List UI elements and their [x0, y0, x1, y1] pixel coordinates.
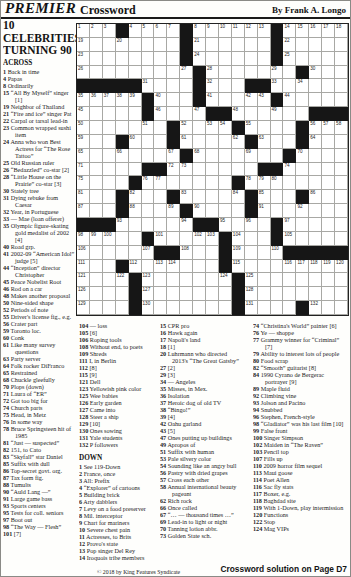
cell-r19c18[interactable]	[296, 273, 309, 287]
cell-r15c13[interactable]	[232, 218, 245, 232]
cell-r11c21[interactable]	[335, 163, 348, 177]
cell-r10c8[interactable]: 67	[167, 149, 180, 163]
cell-r13c19[interactable]: 86	[309, 190, 322, 204]
cell-r12c6[interactable]: 76	[142, 176, 155, 190]
cell-r10c7[interactable]	[154, 149, 167, 163]
cell-r20c21[interactable]	[335, 287, 348, 301]
cell-r3c17[interactable]: 25	[283, 52, 296, 66]
cell-r12c3[interactable]	[103, 176, 116, 190]
cell-r13c3[interactable]	[103, 190, 116, 204]
cell-r7c2[interactable]	[90, 107, 103, 121]
cell-r19c1[interactable]: 121	[77, 273, 90, 287]
cell-r6c4[interactable]: 38	[116, 93, 129, 107]
cell-r11c12[interactable]	[219, 163, 232, 177]
cell-r11c3[interactable]	[103, 163, 116, 177]
cell-r16c1[interactable]: 98	[77, 232, 90, 246]
cell-r20c20[interactable]	[322, 287, 335, 301]
cell-r9c1[interactable]: 59	[77, 135, 90, 149]
cell-r14c3[interactable]	[103, 204, 116, 218]
cell-r3c3[interactable]	[103, 52, 116, 66]
cell-r7c7[interactable]: 46	[154, 107, 167, 121]
cell-r3c1[interactable]: 23	[77, 52, 90, 66]
cell-r17c11[interactable]	[206, 246, 219, 260]
cell-r1c21[interactable]: 18	[335, 24, 348, 38]
cell-r2c15[interactable]	[258, 38, 271, 52]
cell-r6c1[interactable]: 35	[77, 93, 90, 107]
cell-r10c12[interactable]	[219, 149, 232, 163]
cell-r1c3[interactable]: 3	[103, 24, 116, 38]
cell-r1c10[interactable]: 8	[193, 24, 206, 38]
cell-r2c19[interactable]	[309, 38, 322, 52]
cell-r7c3[interactable]	[103, 107, 116, 121]
cell-r8c5[interactable]	[129, 121, 142, 135]
cell-r16c14[interactable]	[245, 232, 258, 246]
cell-r1c8[interactable]: 7	[167, 24, 180, 38]
cell-r5c19[interactable]	[309, 79, 322, 93]
cell-r2c7[interactable]	[154, 38, 167, 52]
cell-r5c7[interactable]	[154, 79, 167, 93]
cell-r7c17[interactable]	[283, 107, 296, 121]
cell-r10c11[interactable]	[206, 149, 219, 163]
cell-r4c2[interactable]	[90, 66, 103, 80]
cell-r6c18[interactable]	[296, 93, 309, 107]
cell-r12c21[interactable]	[335, 176, 348, 190]
cell-r18c11[interactable]	[206, 260, 219, 274]
cell-r5c20[interactable]	[322, 79, 335, 93]
cell-r4c1[interactable]: 26	[77, 66, 90, 80]
cell-r14c11[interactable]	[206, 204, 219, 218]
cell-r12c12[interactable]	[219, 176, 232, 190]
cell-r1c13[interactable]: 11	[232, 24, 245, 38]
cell-r9c2[interactable]	[90, 135, 103, 149]
cell-r19c12[interactable]: 124	[219, 273, 232, 287]
cell-r13c1[interactable]: 81	[77, 190, 90, 204]
cell-r7c10[interactable]: 47	[193, 107, 206, 121]
cell-r17c3[interactable]	[103, 246, 116, 260]
cell-r19c17[interactable]	[283, 273, 296, 287]
cell-r18c19[interactable]: 118	[309, 260, 322, 274]
cell-r13c15[interactable]: 85	[258, 190, 271, 204]
cell-r12c1[interactable]: 75	[77, 176, 90, 190]
cell-r18c2[interactable]	[90, 260, 103, 274]
cell-r20c6[interactable]: 127	[142, 287, 155, 301]
cell-r20c1[interactable]: 126	[77, 287, 90, 301]
cell-r8c3[interactable]	[103, 121, 116, 135]
cell-r8c16[interactable]	[271, 121, 284, 135]
cell-r14c5[interactable]: 88	[129, 204, 142, 218]
cell-r12c14[interactable]: 78	[245, 176, 258, 190]
cell-r16c17[interactable]: 105	[283, 232, 296, 246]
cell-r16c7[interactable]: 101	[154, 232, 167, 246]
cell-r14c6[interactable]	[142, 204, 155, 218]
cell-r16c18[interactable]	[296, 232, 309, 246]
cell-r1c20[interactable]: 17	[322, 24, 335, 38]
cell-r1c5[interactable]: 4	[129, 24, 142, 38]
cell-r17c13[interactable]: 109	[232, 246, 245, 260]
cell-r21c9[interactable]	[180, 301, 193, 315]
cell-r5c16[interactable]: 33	[271, 79, 284, 93]
cell-r15c8[interactable]	[167, 218, 180, 232]
cell-r16c2[interactable]: 99	[90, 232, 103, 246]
cell-r10c19[interactable]	[309, 149, 322, 163]
cell-r17c5[interactable]	[129, 246, 142, 260]
cell-r5c12[interactable]	[219, 79, 232, 93]
cell-r14c2[interactable]	[90, 204, 103, 218]
cell-r6c20[interactable]	[322, 93, 335, 107]
cell-r7c8[interactable]	[167, 107, 180, 121]
cell-r1c11[interactable]: 9	[206, 24, 219, 38]
cell-r11c14[interactable]	[245, 163, 258, 177]
cell-r2c17[interactable]: 22	[283, 38, 296, 52]
cell-r14c12[interactable]	[219, 204, 232, 218]
cell-r9c3[interactable]	[103, 135, 116, 149]
cell-r9c19[interactable]: 64	[309, 135, 322, 149]
cell-r12c7[interactable]: 77	[154, 176, 167, 190]
cell-r9c5[interactable]: 60	[129, 135, 142, 149]
cell-r21c4[interactable]	[116, 301, 129, 315]
cell-r14c7[interactable]	[154, 204, 167, 218]
cell-r1c1[interactable]: 1	[77, 24, 90, 38]
cell-r8c20[interactable]: 57	[322, 121, 335, 135]
cell-r4c7[interactable]	[154, 66, 167, 80]
cell-r4c19[interactable]: 30	[309, 66, 322, 80]
cell-r6c7[interactable]: 40	[154, 93, 167, 107]
cell-r5c17[interactable]	[283, 79, 296, 93]
cell-r17c16[interactable]: 110	[271, 246, 284, 260]
cell-r15c12[interactable]: 95	[219, 218, 232, 232]
cell-r15c19[interactable]	[309, 218, 322, 232]
cell-r16c13[interactable]: 104	[232, 232, 245, 246]
cell-r17c6[interactable]: 107	[142, 246, 155, 260]
cell-r13c10[interactable]	[193, 190, 206, 204]
cell-r4c20[interactable]	[322, 66, 335, 80]
cell-r3c15[interactable]	[258, 52, 271, 66]
cell-r14c15[interactable]: 91	[258, 204, 271, 218]
cell-r16c21[interactable]	[335, 232, 348, 246]
cell-r12c20[interactable]	[322, 176, 335, 190]
cell-r6c17[interactable]: 44	[283, 93, 296, 107]
cell-r21c6[interactable]: 130	[142, 301, 155, 315]
cell-r8c10[interactable]	[193, 121, 206, 135]
cell-r14c1[interactable]: 87	[77, 204, 90, 218]
cell-r12c4[interactable]	[116, 176, 129, 190]
cell-r10c14[interactable]: 69	[245, 149, 258, 163]
cell-r15c20[interactable]	[322, 218, 335, 232]
cell-r5c8[interactable]	[167, 79, 180, 93]
cell-r6c21[interactable]	[335, 93, 348, 107]
cell-r16c20[interactable]	[322, 232, 335, 246]
cell-r15c7[interactable]	[154, 218, 167, 232]
cell-r4c12[interactable]	[219, 66, 232, 80]
cell-r17c15[interactable]	[258, 246, 271, 260]
cell-r7c1[interactable]: 45	[77, 107, 90, 121]
cell-r1c7[interactable]: 6	[154, 24, 167, 38]
cell-r2c21[interactable]	[335, 38, 348, 52]
cell-r1c17[interactable]: 14	[283, 24, 296, 38]
cell-r19c6[interactable]: 123	[142, 273, 155, 287]
cell-r9c15[interactable]: 63	[258, 135, 271, 149]
cell-r10c6[interactable]	[142, 149, 155, 163]
cell-r18c7[interactable]: 113	[154, 260, 167, 274]
cell-r12c16[interactable]: 80	[271, 176, 284, 190]
cell-r8c1[interactable]: 50	[77, 121, 90, 135]
cell-r15c9[interactable]: 94	[180, 218, 193, 232]
cell-r19c19[interactable]	[309, 273, 322, 287]
cell-r9c7[interactable]	[154, 135, 167, 149]
cell-r9c12[interactable]	[219, 135, 232, 149]
cell-r4c9[interactable]: 27	[180, 66, 193, 80]
cell-r2c3[interactable]	[103, 38, 116, 52]
cell-r4c6[interactable]	[142, 66, 155, 80]
cell-r3c7[interactable]	[154, 52, 167, 66]
cell-r10c20[interactable]	[322, 149, 335, 163]
cell-r6c15[interactable]: 43	[258, 93, 271, 107]
cell-r3c20[interactable]	[322, 52, 335, 66]
cell-r1c2[interactable]: 2	[90, 24, 103, 38]
cell-r20c15[interactable]	[258, 287, 271, 301]
cell-r10c10[interactable]: 68	[193, 149, 206, 163]
cell-r19c4[interactable]: 122	[116, 273, 129, 287]
cell-r2c5[interactable]	[129, 38, 142, 52]
cell-r18c20[interactable]: 119	[322, 260, 335, 274]
cell-r16c19[interactable]	[309, 232, 322, 246]
cell-r4c15[interactable]	[258, 66, 271, 80]
cell-r11c11[interactable]	[206, 163, 219, 177]
cell-r18c14[interactable]	[245, 260, 258, 274]
cell-r17c4[interactable]	[116, 246, 129, 260]
cell-r21c11[interactable]	[206, 301, 219, 315]
cell-r8c19[interactable]: 56	[309, 121, 322, 135]
cell-r4c11[interactable]: 28	[206, 66, 219, 80]
cell-r3c4[interactable]	[116, 52, 129, 66]
cell-r12c9[interactable]	[180, 176, 193, 190]
cell-r21c17[interactable]	[283, 301, 296, 315]
cell-r1c12[interactable]: 10	[219, 24, 232, 38]
cell-r3c10[interactable]: 24	[193, 52, 206, 66]
cell-r13c6[interactable]	[142, 190, 155, 204]
cell-r13c7[interactable]	[154, 190, 167, 204]
cell-r12c2[interactable]	[90, 176, 103, 190]
cell-r10c3[interactable]	[103, 149, 116, 163]
cell-r19c11[interactable]	[206, 273, 219, 287]
cell-r6c11[interactable]: 41	[206, 93, 219, 107]
cell-r18c1[interactable]: 111	[77, 260, 90, 274]
cell-r14c8[interactable]: 89	[167, 204, 180, 218]
cell-r8c2[interactable]	[90, 121, 103, 135]
cell-r18c21[interactable]: 120	[335, 260, 348, 274]
cell-r2c10[interactable]: 21	[193, 38, 206, 52]
cell-r9c16[interactable]	[271, 135, 284, 149]
cell-r3c19[interactable]	[309, 52, 322, 66]
cell-r9c11[interactable]	[206, 135, 219, 149]
cell-r18c18[interactable]: 117	[296, 260, 309, 274]
cell-r20c18[interactable]	[296, 287, 309, 301]
cell-r13c17[interactable]	[283, 190, 296, 204]
cell-r11c19[interactable]	[309, 163, 322, 177]
cell-r6c2[interactable]: 36	[90, 93, 103, 107]
cell-r16c8[interactable]	[167, 232, 180, 246]
cell-r21c14[interactable]: 131	[245, 301, 258, 315]
cell-r14c20[interactable]	[322, 204, 335, 218]
cell-r3c6[interactable]	[142, 52, 155, 66]
cell-r2c2[interactable]	[90, 38, 103, 52]
cell-r9c20[interactable]	[322, 135, 335, 149]
cell-r11c18[interactable]	[296, 163, 309, 177]
cell-r15c17[interactable]: 97	[283, 218, 296, 232]
cell-r8c6[interactable]: 51	[142, 121, 155, 135]
cell-r3c21[interactable]	[335, 52, 348, 66]
cell-r2c8[interactable]	[167, 38, 180, 52]
cell-r20c8[interactable]	[167, 287, 180, 301]
cell-r16c11[interactable]: 103	[206, 232, 219, 246]
cell-r12c18[interactable]	[296, 176, 309, 190]
cell-r1c18[interactable]: 15	[296, 24, 309, 38]
cell-r15c5[interactable]	[129, 218, 142, 232]
cell-r17c9[interactable]: 108	[180, 246, 193, 260]
cell-r16c10[interactable]: 102	[193, 232, 206, 246]
cell-r10c2[interactable]	[90, 149, 103, 163]
cell-r11c13[interactable]	[232, 163, 245, 177]
cell-r15c15[interactable]	[258, 218, 271, 232]
cell-r13c5[interactable]: 82	[129, 190, 142, 204]
cell-r6c19[interactable]	[309, 93, 322, 107]
cell-r21c19[interactable]: 132	[309, 301, 322, 315]
cell-r20c2[interactable]	[90, 287, 103, 301]
cell-r2c20[interactable]	[322, 38, 335, 52]
cell-r4c5[interactable]	[129, 66, 142, 80]
cell-r14c13[interactable]	[232, 204, 245, 218]
cell-r8c15[interactable]	[258, 121, 271, 135]
cell-r11c1[interactable]: 71	[77, 163, 90, 177]
cell-r20c4[interactable]	[116, 287, 129, 301]
cell-r19c9[interactable]	[180, 273, 193, 287]
cell-r20c17[interactable]	[283, 287, 296, 301]
cell-r21c10[interactable]	[193, 301, 206, 315]
cell-r2c1[interactable]: 19	[77, 38, 90, 52]
cell-r9c6[interactable]	[142, 135, 155, 149]
cell-r21c12[interactable]	[219, 301, 232, 315]
cell-r10c16[interactable]	[271, 149, 284, 163]
cell-r21c20[interactable]	[322, 301, 335, 315]
cell-r8c9[interactable]: 52	[180, 121, 193, 135]
cell-r7c4[interactable]	[116, 107, 129, 121]
cell-r5c6[interactable]: 31	[142, 79, 155, 93]
cell-r8c17[interactable]	[283, 121, 296, 135]
cell-r9c13[interactable]: 62	[232, 135, 245, 149]
cell-r20c12[interactable]	[219, 287, 232, 301]
cell-r4c17[interactable]	[283, 66, 296, 80]
cell-r11c9[interactable]: 73	[180, 163, 193, 177]
cell-r11c10[interactable]	[193, 163, 206, 177]
cell-r7c16[interactable]: 49	[271, 107, 284, 121]
cell-r19c2[interactable]	[90, 273, 103, 287]
cell-r17c1[interactable]: 106	[77, 246, 90, 260]
cell-r14c17[interactable]	[283, 204, 296, 218]
cell-r20c3[interactable]	[103, 287, 116, 301]
cell-r2c4[interactable]: 20	[116, 38, 129, 52]
cell-r16c15[interactable]	[258, 232, 271, 246]
cell-r16c5[interactable]	[129, 232, 142, 246]
cell-r19c21[interactable]	[335, 273, 348, 287]
cell-r13c12[interactable]	[219, 190, 232, 204]
cell-r8c7[interactable]	[154, 121, 167, 135]
cell-r11c5[interactable]	[129, 163, 142, 177]
cell-r10c4[interactable]: 66	[116, 149, 129, 163]
cell-r19c8[interactable]	[167, 273, 180, 287]
cell-r17c14[interactable]	[245, 246, 258, 260]
cell-r3c12[interactable]	[219, 52, 232, 66]
cell-r6c14[interactable]: 42	[245, 93, 258, 107]
cell-r20c9[interactable]	[180, 287, 193, 301]
cell-r21c3[interactable]	[103, 301, 116, 315]
cell-r15c21[interactable]	[335, 218, 348, 232]
cell-r20c7[interactable]	[154, 287, 167, 301]
cell-r9c10[interactable]	[193, 135, 206, 149]
cell-r4c13[interactable]	[232, 66, 245, 80]
cell-r6c8[interactable]	[167, 93, 180, 107]
cell-r10c5[interactable]	[129, 149, 142, 163]
cell-r7c18[interactable]	[296, 107, 309, 121]
cell-r20c11[interactable]	[206, 287, 219, 301]
cell-r14c19[interactable]	[309, 204, 322, 218]
cell-r2c14[interactable]	[245, 38, 258, 52]
cell-r19c14[interactable]: 125	[245, 273, 258, 287]
cell-r4c8[interactable]	[167, 66, 180, 80]
cell-r5c21[interactable]	[335, 79, 348, 93]
cell-r18c6[interactable]	[142, 260, 155, 274]
cell-r19c10[interactable]	[193, 273, 206, 287]
cell-r14c21[interactable]	[335, 204, 348, 218]
cell-r21c16[interactable]	[271, 301, 284, 315]
cell-r21c2[interactable]	[90, 301, 103, 315]
cell-r8c4[interactable]	[116, 121, 129, 135]
cell-r3c2[interactable]	[90, 52, 103, 66]
cell-r12c11[interactable]	[206, 176, 219, 190]
cell-r6c13[interactable]	[232, 93, 245, 107]
cell-r20c19[interactable]	[309, 287, 322, 301]
cell-r11c20[interactable]	[322, 163, 335, 177]
cell-r16c9[interactable]	[180, 232, 193, 246]
cell-r11c2[interactable]	[90, 163, 103, 177]
cell-r14c10[interactable]: 90	[193, 204, 206, 218]
cell-r17c10[interactable]	[193, 246, 206, 260]
cell-r10c21[interactable]	[335, 149, 348, 163]
cell-r8c12[interactable]: 54	[219, 121, 232, 135]
cell-r12c10[interactable]	[193, 176, 206, 190]
cell-r11c8[interactable]: 72	[167, 163, 180, 177]
cell-r7c13[interactable]: 48	[232, 107, 245, 121]
cell-r15c18[interactable]	[296, 218, 309, 232]
cell-r21c7[interactable]	[154, 301, 167, 315]
cell-r4c16[interactable]: 29	[271, 66, 284, 80]
cell-r10c15[interactable]	[258, 149, 271, 163]
cell-r19c7[interactable]	[154, 273, 167, 287]
cell-r18c5[interactable]: 112	[129, 260, 142, 274]
cell-r10c1[interactable]: 65	[77, 149, 90, 163]
cell-r10c18[interactable]: 70	[296, 149, 309, 163]
cell-r2c11[interactable]	[206, 38, 219, 52]
cell-r18c16[interactable]	[271, 260, 284, 274]
cell-r1c6[interactable]: 5	[142, 24, 155, 38]
cell-r21c1[interactable]: 129	[77, 301, 90, 315]
cell-r7c9[interactable]	[180, 107, 193, 121]
cell-r18c8[interactable]: 114	[167, 260, 180, 274]
cell-r12c8[interactable]	[167, 176, 180, 190]
cell-r9c9[interactable]: 61	[180, 135, 193, 149]
cell-r21c8[interactable]	[167, 301, 180, 315]
cell-r15c4[interactable]: 93	[116, 218, 129, 232]
cell-r17c2[interactable]	[90, 246, 103, 260]
